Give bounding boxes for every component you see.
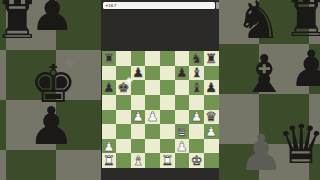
dim-overlay: [0, 0, 101, 180]
square-h1[interactable]: [204, 153, 219, 168]
square-b8[interactable]: [116, 51, 131, 66]
square-f1[interactable]: [175, 153, 190, 168]
square-c8[interactable]: [131, 51, 146, 66]
topbar-text: +18.7: [105, 3, 116, 8]
black-bishop[interactable]: ♝: [191, 66, 203, 79]
square-a7[interactable]: [102, 66, 117, 81]
white-rook[interactable]: ♜: [161, 154, 173, 167]
square-f5[interactable]: [175, 95, 190, 110]
square-g5[interactable]: [189, 95, 204, 110]
square-c3[interactable]: [131, 124, 146, 139]
scrollbar-thumb[interactable]: [216, 2, 219, 9]
black-rook[interactable]: ♜: [205, 52, 217, 65]
square-b2[interactable]: [116, 139, 131, 154]
square-a4[interactable]: [102, 110, 117, 125]
square-e4[interactable]: [160, 110, 175, 125]
white-rook[interactable]: ♜: [103, 154, 115, 167]
square-d5[interactable]: [145, 95, 160, 110]
black-pawn[interactable]: ♟: [205, 81, 217, 94]
white-bishop[interactable]: ♝: [132, 154, 144, 167]
square-f3[interactable]: ♛: [175, 124, 190, 139]
square-f2[interactable]: ♟: [175, 139, 190, 154]
square-g3[interactable]: [189, 124, 204, 139]
square-d7[interactable]: [145, 66, 160, 81]
video-frame: ♜♟♚♟ ✦ ♞♜♝♟♛♟ +18.7 ♜♞♜♟♟♝♟♚♝♟♟♟♟♛♛♟♟♟♜♝…: [0, 0, 320, 180]
black-pawn[interactable]: ♟: [176, 66, 188, 79]
background-left-panel: ♜♟♚♟ ✦: [0, 0, 101, 180]
square-g4[interactable]: ♟: [189, 110, 204, 125]
white-pawn[interactable]: ♟: [191, 110, 203, 123]
square-d2[interactable]: [145, 139, 160, 154]
square-a6[interactable]: ♟: [102, 80, 117, 95]
square-a3[interactable]: [102, 124, 117, 139]
square-c2[interactable]: [131, 139, 146, 154]
square-e5[interactable]: [160, 95, 175, 110]
square-a1[interactable]: ♜: [102, 153, 117, 168]
square-h3[interactable]: ♟: [204, 124, 219, 139]
square-e1[interactable]: ♜: [160, 153, 175, 168]
black-pawn[interactable]: ♟: [103, 81, 115, 94]
square-h6[interactable]: ♟: [204, 80, 219, 95]
square-g6[interactable]: ♝: [189, 80, 204, 95]
square-c5[interactable]: [131, 95, 146, 110]
square-g7[interactable]: ♝: [189, 66, 204, 81]
square-b1[interactable]: [116, 153, 131, 168]
sparkle-icon: ✦: [125, 76, 133, 86]
square-e2[interactable]: [160, 139, 175, 154]
chess-video-column: +18.7 ♜♞♜♟♟♝♟♚♝♟♟♟♟♛♛♟♟♟♜♝♜♚ ✦: [101, 0, 219, 180]
white-pawn[interactable]: ♟: [176, 140, 188, 153]
square-d4[interactable]: ♟: [145, 110, 160, 125]
white-pawn[interactable]: ♟: [103, 140, 115, 153]
square-h5[interactable]: [204, 95, 219, 110]
white-queen[interactable]: ♛: [176, 125, 188, 138]
square-g8[interactable]: ♞: [189, 51, 204, 66]
square-d3[interactable]: [145, 124, 160, 139]
black-knight[interactable]: ♞: [191, 52, 203, 65]
square-a8[interactable]: ♜: [102, 51, 117, 66]
square-d1[interactable]: [145, 153, 160, 168]
white-king[interactable]: ♚: [191, 154, 203, 167]
square-a2[interactable]: ♟: [102, 139, 117, 154]
dim-overlay: [219, 0, 320, 180]
black-queen[interactable]: ♛: [205, 110, 217, 123]
white-pawn[interactable]: ♟: [132, 110, 144, 123]
square-f6[interactable]: [175, 80, 190, 95]
square-d8[interactable]: [145, 51, 160, 66]
square-e7[interactable]: [160, 66, 175, 81]
square-c4[interactable]: ♟: [131, 110, 146, 125]
background-right-panel: ♞♜♝♟♛♟: [219, 0, 320, 180]
white-pawn[interactable]: ♟: [147, 110, 159, 123]
square-e3[interactable]: [160, 124, 175, 139]
square-h8[interactable]: ♜: [204, 51, 219, 66]
square-h2[interactable]: [204, 139, 219, 154]
square-f8[interactable]: [175, 51, 190, 66]
square-d6[interactable]: [145, 80, 160, 95]
square-g2[interactable]: [189, 139, 204, 154]
square-b4[interactable]: [116, 110, 131, 125]
square-b3[interactable]: [116, 124, 131, 139]
square-b5[interactable]: [116, 95, 131, 110]
top-text-field[interactable]: +18.7: [103, 2, 215, 9]
black-rook[interactable]: ♜: [103, 52, 115, 65]
square-f7[interactable]: ♟: [175, 66, 190, 81]
square-a5[interactable]: [102, 95, 117, 110]
square-f4[interactable]: [175, 110, 190, 125]
square-e8[interactable]: [160, 51, 175, 66]
chess-board: ♜♞♜♟♟♝♟♚♝♟♟♟♟♛♛♟♟♟♜♝♜♚: [102, 51, 219, 168]
square-g1[interactable]: ♚: [189, 153, 204, 168]
white-pawn[interactable]: ♟: [205, 125, 217, 138]
square-h4[interactable]: ♛: [204, 110, 219, 125]
square-h7[interactable]: [204, 66, 219, 81]
black-bishop[interactable]: ♝: [191, 81, 203, 94]
square-e6[interactable]: [160, 80, 175, 95]
square-c1[interactable]: ♝: [131, 153, 146, 168]
black-pawn[interactable]: ♟: [132, 66, 144, 79]
